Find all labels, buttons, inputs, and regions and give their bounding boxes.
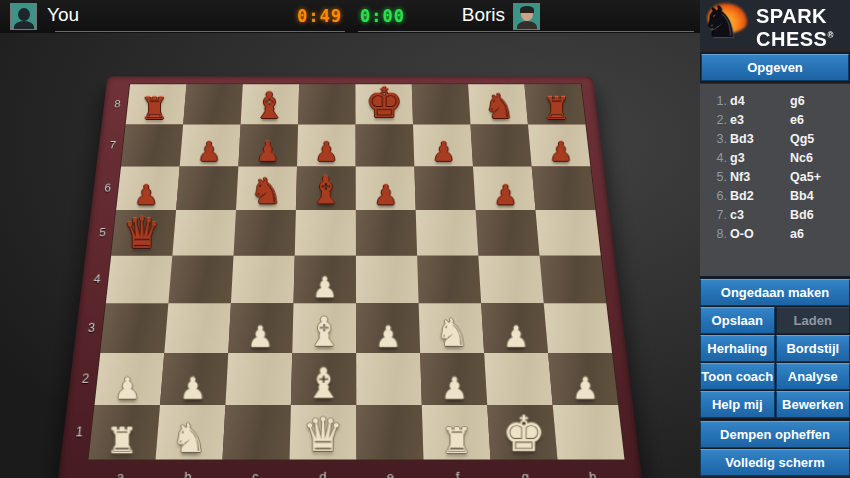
- black-rook[interactable]: ♜: [126, 93, 183, 124]
- square-f3[interactable]: ♞: [419, 303, 485, 353]
- square-c2[interactable]: [225, 353, 292, 405]
- black-pawn[interactable]: ♟: [414, 139, 473, 165]
- file-label-d: d: [289, 470, 357, 478]
- rank-label-5: 5: [85, 210, 112, 256]
- white-move: O-O: [730, 227, 790, 241]
- move-number: 6.: [700, 189, 730, 203]
- move-number: 2.: [700, 113, 730, 127]
- black-move: Bb4: [790, 189, 850, 203]
- square-f8[interactable]: [412, 84, 471, 124]
- resign-button[interactable]: Opgeven: [701, 54, 849, 81]
- edit-button[interactable]: Bewerken: [776, 391, 850, 418]
- square-e3[interactable]: ♟: [356, 303, 420, 353]
- black-bishop[interactable]: ♝: [296, 172, 356, 210]
- move-row: 1.d4g6: [700, 91, 850, 110]
- square-g6[interactable]: ♟: [473, 166, 536, 210]
- black-rook[interactable]: ♜: [528, 93, 585, 124]
- square-d7[interactable]: ♟: [297, 125, 356, 167]
- square-g7[interactable]: [471, 125, 532, 167]
- square-b4[interactable]: [168, 256, 233, 304]
- square-b5[interactable]: [172, 210, 236, 256]
- black-move: Qa5+: [790, 170, 850, 184]
- black-pawn[interactable]: ♟: [180, 139, 239, 165]
- square-g3[interactable]: ♟: [481, 303, 548, 353]
- square-g8[interactable]: ♞: [468, 84, 528, 124]
- show-coach-button[interactable]: Toon coach: [700, 363, 775, 390]
- avatar-silhouette: [18, 8, 30, 21]
- white-pawn[interactable]: ♟: [294, 274, 357, 302]
- white-queen[interactable]: ♛: [290, 412, 357, 458]
- black-queen[interactable]: ♛: [111, 212, 172, 254]
- black-move: Nc6: [790, 151, 850, 165]
- black-pawn[interactable]: ♟: [297, 139, 356, 165]
- sparkchess-app: You 0:49 0:00 Boris ♜♝♚♞♜♟♟♟♟♟♟♞♝♟♟♛♟♟♝♟…: [0, 0, 850, 478]
- white-player-avatar: [10, 3, 37, 30]
- move-row: 3.Bd3Qg5: [700, 129, 850, 148]
- square-a2[interactable]: ♟: [95, 353, 165, 405]
- square-b7[interactable]: ♟: [180, 125, 241, 167]
- help-me-button[interactable]: Help mij: [700, 391, 775, 418]
- black-pawn[interactable]: ♟: [532, 139, 591, 165]
- rank-label-3: 3: [73, 303, 101, 353]
- move-number: 7.: [700, 208, 730, 222]
- move-row: 2.e3e6: [700, 110, 850, 129]
- black-pawn[interactable]: ♟: [476, 182, 536, 209]
- board-scene: ♜♝♚♞♜♟♟♟♟♟♟♞♝♟♟♛♟♟♝♟♞♟♟♟♝♟♟♜♞♛♜♚ 8765432…: [14, 28, 686, 478]
- square-a4[interactable]: [106, 256, 172, 304]
- board-style-button[interactable]: Bordstijl: [776, 335, 850, 362]
- rank-label-1: 1: [60, 405, 90, 460]
- square-e7[interactable]: [356, 125, 415, 167]
- move-number: 5.: [700, 170, 730, 184]
- square-f7[interactable]: ♟: [413, 125, 473, 167]
- square-c7[interactable]: ♟: [238, 125, 298, 167]
- square-h2[interactable]: ♟: [548, 353, 618, 405]
- black-pawn[interactable]: ♟: [116, 182, 176, 209]
- square-h3[interactable]: [544, 303, 612, 353]
- chess-board: ♜♝♚♞♜♟♟♟♟♟♟♞♝♟♟♛♟♟♝♟♞♟♟♟♝♟♟♜♞♛♜♚ 8765432…: [57, 76, 643, 478]
- square-d4[interactable]: ♟: [293, 256, 356, 304]
- black-knight[interactable]: ♞: [470, 89, 527, 123]
- file-label-f: f: [424, 470, 492, 478]
- square-c6[interactable]: ♞: [236, 166, 297, 210]
- sidebar-buttons: Ongedaan maken Opslaan Laden Herhaling B…: [700, 276, 850, 476]
- save-button[interactable]: Opslaan: [700, 307, 775, 334]
- square-f2[interactable]: ♟: [420, 353, 487, 405]
- move-row: 6.Bd2Bb4: [700, 186, 850, 205]
- square-e5[interactable]: [356, 210, 417, 256]
- white-pawn[interactable]: ♟: [422, 374, 487, 404]
- square-b3[interactable]: [164, 303, 231, 353]
- square-c8[interactable]: ♝: [241, 84, 300, 124]
- square-d6[interactable]: ♝: [296, 166, 356, 210]
- square-d5[interactable]: [295, 210, 356, 256]
- white-move: Nf3: [730, 170, 790, 184]
- square-f4[interactable]: [417, 256, 481, 304]
- move-row: 7.c3Bd6: [700, 205, 850, 224]
- black-move: g6: [790, 94, 850, 108]
- board-grid: ♜♝♚♞♜♟♟♟♟♟♟♞♝♟♟♛♟♟♝♟♞♟♟♟♝♟♟♜♞♛♜♚: [88, 84, 624, 459]
- square-a1[interactable]: ♜: [88, 405, 159, 460]
- file-label-c: c: [221, 470, 289, 478]
- square-c1[interactable]: [222, 405, 290, 460]
- rank-label-6: 6: [91, 166, 117, 210]
- move-number: 1.: [700, 94, 730, 108]
- black-player-name: Boris: [462, 4, 505, 26]
- white-divider-line: [55, 31, 345, 32]
- square-d3[interactable]: ♝: [292, 303, 356, 353]
- move-list: 1.d4g62.e3e63.Bd3Qg54.g3Nc65.Nf3Qa5+6.Bd…: [700, 83, 850, 276]
- white-pawn[interactable]: ♟: [160, 374, 225, 404]
- white-move: c3: [730, 208, 790, 222]
- square-a3[interactable]: [100, 303, 168, 353]
- white-move: d4: [730, 94, 790, 108]
- move-row: 5.Nf3Qa5+: [700, 167, 850, 186]
- white-knight[interactable]: ♞: [420, 314, 484, 352]
- square-d2[interactable]: ♝: [291, 353, 356, 405]
- rank-label-8: 8: [102, 84, 127, 124]
- square-d1[interactable]: ♛: [289, 405, 356, 460]
- black-move: Bd6: [790, 208, 850, 222]
- file-label-h: h: [558, 470, 627, 478]
- square-e8[interactable]: ♚: [355, 84, 413, 124]
- white-clock: 0:49: [297, 6, 342, 26]
- square-e2[interactable]: [356, 353, 422, 405]
- square-a8[interactable]: ♜: [126, 84, 187, 124]
- white-pawn[interactable]: ♟: [356, 323, 420, 352]
- file-label-a: a: [86, 470, 155, 478]
- knight-logo-icon: ♞: [702, 2, 740, 44]
- white-pawn[interactable]: ♟: [553, 374, 618, 404]
- load-button[interactable]: Laden: [776, 307, 850, 334]
- square-g5[interactable]: [476, 210, 540, 256]
- file-label-e: e: [357, 470, 425, 478]
- square-c4[interactable]: [231, 256, 295, 304]
- white-pawn[interactable]: ♟: [95, 374, 160, 404]
- square-g2[interactable]: [484, 353, 553, 405]
- black-divider-line: [358, 31, 694, 32]
- sidebar: ♞ SPARK CHESS® Opgeven 1.d4g62.e3e63.Bd3…: [700, 0, 850, 478]
- white-move: Bd2: [730, 189, 790, 203]
- white-pawn[interactable]: ♟: [228, 323, 292, 352]
- undo-button[interactable]: Ongedaan maken: [700, 279, 850, 306]
- square-c5[interactable]: [234, 210, 296, 256]
- square-f5[interactable]: [416, 210, 479, 256]
- unmute-button[interactable]: Dempen opheffen: [700, 421, 850, 448]
- white-player-name: You: [47, 4, 79, 26]
- logo-text: SPARK CHESS®: [756, 5, 834, 49]
- black-clock: 0:00: [360, 6, 405, 26]
- play-area: You 0:49 0:00 Boris ♜♝♚♞♜♟♟♟♟♟♟♞♝♟♟♛♟♟♝♟…: [0, 0, 700, 478]
- white-bishop[interactable]: ♝: [291, 363, 356, 404]
- square-g1[interactable]: ♚: [487, 405, 557, 460]
- rank-label-4: 4: [80, 256, 108, 304]
- move-number: 8.: [700, 227, 730, 241]
- rank-label-7: 7: [96, 125, 122, 167]
- sparkchess-logo: ♞ SPARK CHESS®: [700, 0, 850, 52]
- square-h1[interactable]: [553, 405, 625, 460]
- rank-label-2: 2: [67, 353, 96, 405]
- fullscreen-button[interactable]: Volledig scherm: [700, 449, 850, 476]
- white-rook[interactable]: ♜: [423, 423, 490, 459]
- square-b2[interactable]: ♟: [160, 353, 228, 405]
- white-bishop[interactable]: ♝: [292, 312, 356, 352]
- square-e1[interactable]: [356, 405, 423, 460]
- square-a5[interactable]: ♛: [111, 210, 176, 256]
- top-bar: You 0:49 0:00 Boris: [0, 0, 700, 33]
- square-g4[interactable]: [478, 256, 543, 304]
- square-h5[interactable]: [536, 210, 601, 256]
- white-king[interactable]: ♚: [490, 410, 557, 459]
- square-b1[interactable]: ♞: [155, 405, 225, 460]
- white-rook[interactable]: ♜: [89, 423, 156, 459]
- black-king[interactable]: ♚: [356, 82, 413, 124]
- square-a7[interactable]: [121, 125, 183, 167]
- black-pawn[interactable]: ♟: [356, 182, 416, 209]
- black-pawn[interactable]: ♟: [238, 139, 297, 165]
- file-label-g: g: [491, 470, 560, 478]
- square-d8[interactable]: [298, 84, 355, 124]
- white-pawn[interactable]: ♟: [484, 323, 548, 352]
- square-f6[interactable]: [414, 166, 475, 210]
- square-h7[interactable]: ♟: [528, 125, 590, 167]
- white-move: g3: [730, 151, 790, 165]
- square-h4[interactable]: [540, 256, 607, 304]
- white-knight[interactable]: ♞: [156, 418, 223, 458]
- black-knight[interactable]: ♞: [236, 173, 296, 209]
- move-row: 4.g3Nc6: [700, 148, 850, 167]
- square-c3[interactable]: ♟: [228, 303, 293, 353]
- square-e4[interactable]: [356, 256, 419, 304]
- move-number: 4.: [700, 151, 730, 165]
- black-bishop[interactable]: ♝: [241, 88, 298, 124]
- black-move: Qg5: [790, 132, 850, 146]
- square-h8[interactable]: ♜: [524, 84, 585, 124]
- file-label-b: b: [153, 470, 222, 478]
- black-move: a6: [790, 227, 850, 241]
- square-e6[interactable]: ♟: [356, 166, 416, 210]
- square-h6[interactable]: [532, 166, 596, 210]
- move-number: 3.: [700, 132, 730, 146]
- square-a6[interactable]: ♟: [116, 166, 180, 210]
- white-move: Bd3: [730, 132, 790, 146]
- white-move: e3: [730, 113, 790, 127]
- analyze-button[interactable]: Analyse: [776, 363, 850, 390]
- black-move: e6: [790, 113, 850, 127]
- square-f1[interactable]: ♜: [422, 405, 491, 460]
- square-b6[interactable]: [176, 166, 238, 210]
- black-player-avatar: [513, 3, 540, 30]
- move-row: 8.O-Oa6: [700, 224, 850, 243]
- replay-button[interactable]: Herhaling: [700, 335, 775, 362]
- square-b8[interactable]: [183, 84, 243, 124]
